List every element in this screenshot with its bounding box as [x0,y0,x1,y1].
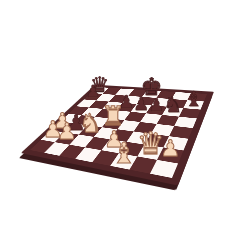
chess-illustration-canvas: ♛♚♟♝♟♟♟♞♜♟♟♞♟♟♟♛♟♝ [0,0,238,250]
square-h1 [150,160,178,178]
chess-board-frame [21,85,214,186]
